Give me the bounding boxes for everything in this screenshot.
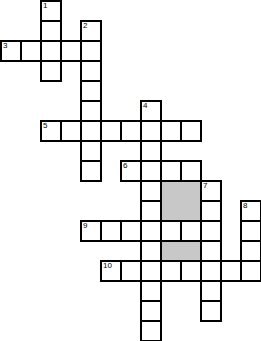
answer-cell-r14c10[interactable] bbox=[201, 281, 221, 301]
answer-cell-r1c2[interactable] bbox=[41, 21, 61, 41]
clue-number-9: 9 bbox=[83, 221, 87, 231]
answer-cell-r3c4[interactable] bbox=[81, 61, 101, 81]
answer-cell-r6c6[interactable] bbox=[121, 121, 141, 141]
answer-cell-r11c7[interactable] bbox=[141, 221, 161, 241]
answer-cell-r6c5[interactable] bbox=[101, 121, 121, 141]
answer-cell-r6c2[interactable]: 5 bbox=[41, 121, 61, 141]
clue-number-6: 6 bbox=[123, 161, 127, 171]
answer-cell-r11c9[interactable] bbox=[181, 221, 201, 241]
answer-cell-r6c9[interactable] bbox=[181, 121, 201, 141]
answer-cell-r11c4[interactable]: 9 bbox=[81, 221, 101, 241]
answer-cell-r2c3[interactable] bbox=[61, 41, 81, 61]
answer-cell-r10c10[interactable] bbox=[201, 201, 221, 221]
answer-cell-r4c4[interactable] bbox=[81, 81, 101, 101]
answer-cell-r13c7[interactable] bbox=[141, 261, 161, 281]
answer-cell-r16c7[interactable] bbox=[141, 321, 161, 341]
answer-cell-r8c4[interactable] bbox=[81, 161, 101, 181]
answer-cell-r5c7[interactable]: 4 bbox=[141, 101, 161, 121]
clue-number-7: 7 bbox=[203, 181, 207, 191]
answer-cell-r14c7[interactable] bbox=[141, 281, 161, 301]
answer-cell-r15c7[interactable] bbox=[141, 301, 161, 321]
answer-cell-r12c10[interactable] bbox=[201, 241, 221, 261]
answer-cell-r11c6[interactable] bbox=[121, 221, 141, 241]
answer-cell-r2c4[interactable] bbox=[81, 41, 101, 61]
answer-cell-r1c4[interactable]: 2 bbox=[81, 21, 101, 41]
answer-cell-r0c2[interactable]: 1 bbox=[41, 1, 61, 21]
answer-cell-r12c7[interactable] bbox=[141, 241, 161, 261]
answer-cell-r6c4[interactable] bbox=[81, 121, 101, 141]
clue-number-8: 8 bbox=[243, 201, 247, 211]
answer-cell-r11c5[interactable] bbox=[101, 221, 121, 241]
answer-cell-r12c12[interactable] bbox=[241, 241, 261, 261]
clue-number-10: 10 bbox=[103, 261, 112, 271]
answer-cell-r10c7[interactable] bbox=[141, 201, 161, 221]
answer-cell-r8c7[interactable] bbox=[141, 161, 161, 181]
answer-cell-r15c10[interactable] bbox=[201, 301, 221, 321]
clue-number-3: 3 bbox=[3, 41, 7, 51]
answer-cell-r13c6[interactable] bbox=[121, 261, 141, 281]
answer-cell-r3c2[interactable] bbox=[41, 61, 61, 81]
crossword-board: 12345678910 bbox=[1, 1, 261, 341]
answer-cell-r13c10[interactable] bbox=[201, 261, 221, 281]
shaded-block-1 bbox=[161, 181, 201, 221]
clue-number-5: 5 bbox=[43, 121, 47, 131]
answer-cell-r9c7[interactable] bbox=[141, 181, 161, 201]
crossword-puzzle: 12345678910 bbox=[0, 0, 261, 341]
answer-cell-r13c8[interactable] bbox=[161, 261, 181, 281]
answer-cell-r10c12[interactable]: 8 bbox=[241, 201, 261, 221]
clue-number-1: 1 bbox=[43, 1, 47, 11]
answer-cell-r7c4[interactable] bbox=[81, 141, 101, 161]
shaded-block-2 bbox=[161, 241, 201, 261]
answer-cell-r8c9[interactable] bbox=[181, 161, 201, 181]
answer-cell-r11c8[interactable] bbox=[161, 221, 181, 241]
answer-cell-r11c12[interactable] bbox=[241, 221, 261, 241]
answer-cell-r5c4[interactable] bbox=[81, 101, 101, 121]
clue-number-4: 4 bbox=[143, 101, 147, 111]
answer-cell-r6c7[interactable] bbox=[141, 121, 161, 141]
answer-cell-r11c10[interactable] bbox=[201, 221, 221, 241]
answer-cell-r8c6[interactable]: 6 bbox=[121, 161, 141, 181]
answer-cell-r13c12[interactable] bbox=[241, 261, 261, 281]
answer-cell-r6c8[interactable] bbox=[161, 121, 181, 141]
clue-number-2: 2 bbox=[83, 21, 87, 31]
answer-cell-r2c1[interactable] bbox=[21, 41, 41, 61]
answer-cell-r7c7[interactable] bbox=[141, 141, 161, 161]
answer-cell-r13c11[interactable] bbox=[221, 261, 241, 281]
answer-cell-r2c2[interactable] bbox=[41, 41, 61, 61]
answer-cell-r13c9[interactable] bbox=[181, 261, 201, 281]
answer-cell-r13c5[interactable]: 10 bbox=[101, 261, 121, 281]
answer-cell-r9c10[interactable]: 7 bbox=[201, 181, 221, 201]
answer-cell-r8c8[interactable] bbox=[161, 161, 181, 181]
answer-cell-r2c0[interactable]: 3 bbox=[1, 41, 21, 61]
answer-cell-r6c3[interactable] bbox=[61, 121, 81, 141]
